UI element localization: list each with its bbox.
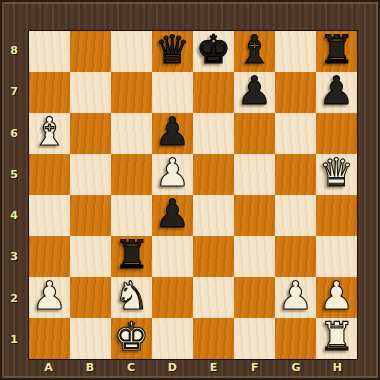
square-b1[interactable] [70,318,111,359]
rank-label-6: 6 [0,113,28,154]
file-labels: ABCDEFGH [28,358,358,376]
square-a8[interactable] [29,31,70,72]
piece-black-king[interactable]: ♚ [196,30,231,69]
square-e7[interactable] [193,72,234,113]
square-b5[interactable] [70,154,111,195]
file-label-g: G [276,358,317,376]
square-h8[interactable]: ♜ [316,31,357,72]
square-g1[interactable] [275,318,316,359]
square-c8[interactable] [111,31,152,72]
square-e5[interactable] [193,154,234,195]
square-d2[interactable] [152,277,193,318]
square-a5[interactable] [29,154,70,195]
rank-label-4: 4 [0,195,28,236]
square-h3[interactable] [316,236,357,277]
square-b8[interactable] [70,31,111,72]
square-c6[interactable] [111,113,152,154]
square-g7[interactable] [275,72,316,113]
square-f7[interactable]: ♟ [234,72,275,113]
square-g2[interactable]: ♟ [275,277,316,318]
square-e3[interactable] [193,236,234,277]
chess-board: ♛♚♝♜♟♟♝♟♟♛♟♜♟♞♟♟♚♜ [28,30,358,360]
piece-black-rook[interactable]: ♜ [319,30,354,69]
square-c2[interactable]: ♞ [111,277,152,318]
file-label-e: E [193,358,234,376]
square-b7[interactable] [70,72,111,113]
piece-white-king[interactable]: ♚ [114,317,149,356]
rank-label-3: 3 [0,236,28,277]
rank-label-2: 2 [0,278,28,319]
square-a6[interactable]: ♝ [29,113,70,154]
square-f6[interactable] [234,113,275,154]
square-f4[interactable] [234,195,275,236]
file-label-b: B [69,358,110,376]
square-a1[interactable] [29,318,70,359]
square-e4[interactable] [193,195,234,236]
square-d1[interactable] [152,318,193,359]
square-g3[interactable] [275,236,316,277]
file-label-a: A [28,358,69,376]
square-h4[interactable] [316,195,357,236]
square-c4[interactable] [111,195,152,236]
piece-white-rook[interactable]: ♜ [319,317,354,356]
square-g4[interactable] [275,195,316,236]
square-h7[interactable]: ♟ [316,72,357,113]
square-a3[interactable] [29,236,70,277]
square-g6[interactable] [275,113,316,154]
square-a4[interactable] [29,195,70,236]
rank-label-7: 7 [0,71,28,112]
piece-black-pawn[interactable]: ♟ [237,71,272,110]
square-g5[interactable] [275,154,316,195]
file-label-h: H [317,358,358,376]
square-d7[interactable] [152,72,193,113]
piece-black-pawn[interactable]: ♟ [319,71,354,110]
piece-black-pawn[interactable]: ♟ [155,194,190,233]
square-a2[interactable]: ♟ [29,277,70,318]
square-d4[interactable]: ♟ [152,195,193,236]
square-e1[interactable] [193,318,234,359]
square-c3[interactable]: ♜ [111,236,152,277]
square-c5[interactable] [111,154,152,195]
piece-black-queen[interactable]: ♛ [155,30,190,69]
square-f2[interactable] [234,277,275,318]
square-g8[interactable] [275,31,316,72]
square-d8[interactable]: ♛ [152,31,193,72]
piece-white-queen[interactable]: ♛ [319,153,354,192]
piece-black-rook[interactable]: ♜ [114,235,149,274]
piece-black-bishop[interactable]: ♝ [237,30,272,69]
square-a7[interactable] [29,72,70,113]
piece-white-knight[interactable]: ♞ [114,276,149,315]
square-d6[interactable]: ♟ [152,113,193,154]
square-f3[interactable] [234,236,275,277]
square-f1[interactable] [234,318,275,359]
square-d3[interactable] [152,236,193,277]
piece-white-pawn[interactable]: ♟ [32,276,67,315]
square-b3[interactable] [70,236,111,277]
square-e8[interactable]: ♚ [193,31,234,72]
square-b6[interactable] [70,113,111,154]
square-f8[interactable]: ♝ [234,31,275,72]
square-e6[interactable] [193,113,234,154]
square-h1[interactable]: ♜ [316,318,357,359]
square-f5[interactable] [234,154,275,195]
piece-black-pawn[interactable]: ♟ [155,112,190,151]
square-c7[interactable] [111,72,152,113]
piece-white-pawn[interactable]: ♟ [155,153,190,192]
square-h2[interactable]: ♟ [316,277,357,318]
piece-white-pawn[interactable]: ♟ [278,276,313,315]
square-c1[interactable]: ♚ [111,318,152,359]
square-h5[interactable]: ♛ [316,154,357,195]
rank-labels: 87654321 [0,30,28,360]
file-label-c: C [111,358,152,376]
rank-label-1: 1 [0,319,28,360]
rank-label-5: 5 [0,154,28,195]
square-d5[interactable]: ♟ [152,154,193,195]
square-b2[interactable] [70,277,111,318]
square-h6[interactable] [316,113,357,154]
piece-white-pawn[interactable]: ♟ [319,276,354,315]
file-label-f: F [234,358,275,376]
chess-board-frame: 87654321 ♛♚♝♜♟♟♝♟♟♛♟♜♟♞♟♟♚♜ ABCDEFGH [0,0,380,380]
file-label-d: D [152,358,193,376]
square-e2[interactable] [193,277,234,318]
piece-white-bishop[interactable]: ♝ [32,112,67,151]
square-b4[interactable] [70,195,111,236]
rank-label-8: 8 [0,30,28,71]
